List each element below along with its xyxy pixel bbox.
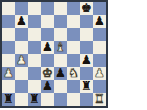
piece-black-pawn-b7[interactable]: ♟ (16, 15, 27, 28)
square-f1[interactable] (67, 93, 80, 106)
piece-white-rook-h1[interactable]: ♜ (94, 93, 105, 106)
piece-black-pawn-g4[interactable]: ♟ (81, 54, 92, 67)
piece-white-knight-f3[interactable]: ♞ (68, 67, 79, 80)
page-margin (110, 0, 147, 110)
piece-black-rook-a1[interactable]: ♜ (3, 93, 14, 106)
square-b7[interactable]: ♟ (15, 15, 28, 28)
square-g7[interactable] (80, 15, 93, 28)
square-g8[interactable]: ♚ (80, 2, 93, 15)
square-e1[interactable] (54, 93, 67, 106)
square-d1[interactable] (41, 93, 54, 106)
piece-white-pawn-a3[interactable]: ♟ (3, 67, 14, 80)
piece-black-pawn-d5[interactable]: ♟ (42, 41, 53, 54)
square-h2[interactable] (93, 80, 106, 93)
square-e6[interactable] (54, 28, 67, 41)
piece-black-rook-g2[interactable]: ♜ (81, 80, 92, 93)
square-a6[interactable] (2, 28, 15, 41)
piece-black-pawn-d2[interactable]: ♟ (42, 80, 53, 93)
square-a5[interactable] (2, 41, 15, 54)
piece-black-rook-c1[interactable]: ♜ (29, 93, 40, 106)
square-c4[interactable] (28, 54, 41, 67)
square-e3[interactable]: ♟ (54, 67, 67, 80)
square-a4[interactable] (2, 54, 15, 67)
square-a1[interactable]: ♜ (2, 93, 15, 106)
square-g4[interactable]: ♟ (80, 54, 93, 67)
square-a7[interactable] (2, 15, 15, 28)
piece-white-pawn-b4[interactable]: ♟ (16, 54, 27, 67)
square-d3[interactable]: ♚ (41, 67, 54, 80)
square-d2[interactable]: ♟ (41, 80, 54, 93)
square-e5[interactable]: ♝ (54, 41, 67, 54)
square-b8[interactable] (15, 2, 28, 15)
square-c1[interactable]: ♜ (28, 93, 41, 106)
square-d6[interactable] (41, 28, 54, 41)
square-c2[interactable] (28, 80, 41, 93)
chess-board: ♚♟♟♟♝♟♟♟♚♟♞♟♟♜♜♜♜ (0, 0, 108, 108)
square-h6[interactable] (93, 28, 106, 41)
square-h4[interactable] (93, 54, 106, 67)
square-b4[interactable]: ♟ (15, 54, 28, 67)
square-c3[interactable] (28, 67, 41, 80)
square-f5[interactable] (67, 41, 80, 54)
square-g3[interactable] (80, 67, 93, 80)
square-b2[interactable] (15, 80, 28, 93)
piece-white-bishop-e5[interactable]: ♝ (55, 41, 66, 54)
square-d5[interactable]: ♟ (41, 41, 54, 54)
square-d4[interactable] (41, 54, 54, 67)
square-e4[interactable] (54, 54, 67, 67)
square-f4[interactable] (67, 54, 80, 67)
square-c8[interactable] (28, 2, 41, 15)
piece-black-pawn-e3[interactable]: ♟ (55, 67, 66, 80)
square-d8[interactable] (41, 2, 54, 15)
square-e7[interactable] (54, 15, 67, 28)
piece-black-king-g8[interactable]: ♚ (81, 2, 92, 15)
square-b6[interactable] (15, 28, 28, 41)
square-c6[interactable] (28, 28, 41, 41)
piece-black-pawn-h7[interactable]: ♟ (94, 15, 105, 28)
square-a2[interactable] (2, 80, 15, 93)
chess-board-grid: ♚♟♟♟♝♟♟♟♚♟♞♟♟♜♜♜♜ (2, 2, 106, 106)
square-e2[interactable] (54, 80, 67, 93)
square-f6[interactable] (67, 28, 80, 41)
square-c7[interactable] (28, 15, 41, 28)
square-b5[interactable] (15, 41, 28, 54)
square-h3[interactable]: ♟ (93, 67, 106, 80)
square-a3[interactable]: ♟ (2, 67, 15, 80)
square-g6[interactable] (80, 28, 93, 41)
square-h5[interactable] (93, 41, 106, 54)
square-b1[interactable] (15, 93, 28, 106)
square-f2[interactable] (67, 80, 80, 93)
square-f3[interactable]: ♞ (67, 67, 80, 80)
square-h7[interactable]: ♟ (93, 15, 106, 28)
square-a8[interactable] (2, 2, 15, 15)
piece-white-king-d3[interactable]: ♚ (42, 67, 53, 80)
square-f8[interactable] (67, 2, 80, 15)
square-c5[interactable] (28, 41, 41, 54)
square-g1[interactable] (80, 93, 93, 106)
square-f7[interactable] (67, 15, 80, 28)
square-d7[interactable] (41, 15, 54, 28)
square-h8[interactable] (93, 2, 106, 15)
square-b3[interactable] (15, 67, 28, 80)
square-e8[interactable] (54, 2, 67, 15)
square-g2[interactable]: ♜ (80, 80, 93, 93)
piece-white-pawn-h3[interactable]: ♟ (94, 67, 105, 80)
square-h1[interactable]: ♜ (93, 93, 106, 106)
square-g5[interactable] (80, 41, 93, 54)
